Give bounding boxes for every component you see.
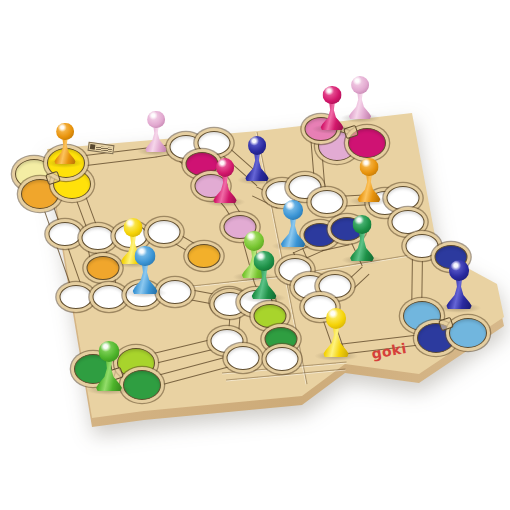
pawn-navy[interactable]	[244, 136, 271, 181]
pawn-head	[254, 251, 274, 271]
pawn-lightpink[interactable]	[347, 76, 373, 119]
track-circle[interactable]	[49, 222, 82, 246]
track-circle[interactable]	[311, 190, 344, 214]
pawn-head	[244, 231, 264, 251]
pawn-green[interactable]	[94, 341, 124, 391]
home-circle[interactable]	[123, 370, 161, 400]
pawn-darkgreen[interactable]	[250, 251, 279, 299]
home-circle[interactable]	[449, 318, 487, 348]
stamp-text-lines	[96, 145, 112, 151]
pawn-head	[216, 158, 235, 177]
track-circle[interactable]	[148, 220, 181, 244]
pawn-magenta[interactable]	[319, 86, 345, 130]
pawn-azure[interactable]	[131, 246, 160, 294]
track-circle[interactable]	[254, 304, 287, 328]
track-circle[interactable]	[227, 346, 260, 370]
stamp-square-icon	[90, 144, 96, 150]
pawn-head	[147, 111, 164, 128]
track-circle[interactable]	[82, 226, 115, 250]
pawn-azure[interactable]	[279, 200, 307, 247]
pawn-head	[248, 136, 267, 155]
pawn-head	[99, 341, 120, 362]
pawn-head	[135, 246, 155, 266]
track-circle[interactable]	[387, 186, 420, 210]
pawn-darkgreen[interactable]	[348, 215, 376, 261]
pawn-head	[323, 86, 341, 104]
scene: goki	[0, 0, 510, 510]
pawn-head	[351, 76, 369, 94]
pawn-orange[interactable]	[356, 158, 382, 202]
pawn-head	[449, 260, 470, 281]
pawn-yellow[interactable]	[321, 308, 350, 357]
track-circle[interactable]	[392, 210, 425, 234]
pawn-navy[interactable]	[444, 260, 473, 309]
pawn-lightpink[interactable]	[144, 111, 169, 152]
pawn-magenta[interactable]	[212, 158, 239, 203]
pawn-head	[123, 218, 142, 237]
pawn-head	[360, 158, 378, 176]
pawn-head	[56, 123, 73, 140]
track-circle[interactable]	[266, 347, 299, 371]
track-circle[interactable]	[60, 285, 93, 309]
pawn-head	[283, 200, 303, 220]
track-circle[interactable]	[406, 234, 439, 258]
track-circle[interactable]	[93, 285, 126, 309]
pawn-head	[326, 308, 347, 329]
pawn-head	[352, 215, 371, 234]
pawn-orange[interactable]	[53, 123, 78, 164]
track-circle[interactable]	[188, 244, 221, 268]
